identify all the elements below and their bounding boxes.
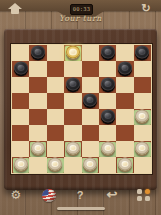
cell-r7c7[interactable] [116, 141, 133, 157]
cell-r3c2[interactable] [29, 77, 46, 93]
gear-icon: ⚙ [11, 188, 22, 202]
cell-r6c2[interactable] [29, 125, 46, 141]
cell-r8c7[interactable] [116, 157, 133, 173]
white-piece[interactable] [135, 109, 149, 122]
cell-r8c3[interactable] [47, 157, 64, 173]
turn-label: Your turn [0, 14, 161, 23]
undo-button[interactable]: ↩ [104, 188, 120, 204]
dots-icon [137, 189, 142, 194]
cell-r4c6[interactable] [99, 93, 116, 109]
cell-r6c7[interactable] [116, 125, 133, 141]
us-flag-icon [41, 189, 49, 196]
cell-r4c7[interactable] [116, 93, 133, 109]
black-piece[interactable] [14, 61, 28, 74]
cell-r4c4[interactable] [64, 93, 81, 109]
black-piece[interactable] [101, 77, 115, 90]
restart-button[interactable]: ↻ [138, 1, 154, 15]
more-games-button[interactable] [137, 189, 151, 202]
cell-r7c3[interactable] [47, 141, 64, 157]
cell-r7c4[interactable] [64, 141, 81, 157]
language-flag-button[interactable] [41, 188, 57, 203]
cell-r6c1[interactable] [12, 125, 29, 141]
cell-r7c2[interactable] [29, 141, 46, 157]
settings-button[interactable]: ⚙ [8, 188, 24, 204]
cell-r1c4[interactable] [64, 45, 81, 61]
white-piece[interactable] [31, 141, 45, 154]
cell-r3c7[interactable] [116, 77, 133, 93]
cell-r6c4[interactable] [64, 125, 81, 141]
black-piece[interactable] [83, 93, 97, 106]
cell-r5c1[interactable] [12, 109, 29, 125]
cell-r2c8[interactable] [134, 61, 151, 77]
cell-r8c2[interactable] [29, 157, 46, 173]
help-button[interactable]: ? [73, 188, 87, 204]
cell-r2c5[interactable] [82, 61, 99, 77]
undo-arrow-icon: ↩ [107, 187, 118, 202]
black-piece[interactable] [101, 45, 115, 58]
cell-r1c7[interactable] [116, 45, 133, 61]
cell-r3c1[interactable] [12, 77, 29, 93]
cell-r1c3[interactable] [47, 45, 64, 61]
white-piece[interactable] [135, 141, 149, 154]
cell-r5c7[interactable] [116, 109, 133, 125]
cell-r8c5[interactable] [82, 157, 99, 173]
cell-r1c1[interactable] [12, 45, 29, 61]
black-piece[interactable] [101, 109, 115, 122]
cell-r6c5[interactable] [82, 125, 99, 141]
board[interactable] [11, 44, 152, 174]
cell-r4c5[interactable] [82, 93, 99, 109]
white-piece[interactable] [66, 141, 80, 154]
question-icon: ? [77, 189, 84, 201]
cell-r4c1[interactable] [12, 93, 29, 109]
cell-r6c3[interactable] [47, 125, 64, 141]
cell-r8c1[interactable] [12, 157, 29, 173]
cell-r3c5[interactable] [82, 77, 99, 93]
black-piece[interactable] [66, 77, 80, 90]
cell-r2c4[interactable] [64, 61, 81, 77]
cell-r8c6[interactable] [99, 157, 116, 173]
cell-r4c2[interactable] [29, 93, 46, 109]
cell-r1c8[interactable] [134, 45, 151, 61]
cell-r1c6[interactable] [99, 45, 116, 61]
cell-r3c6[interactable] [99, 77, 116, 93]
cell-r7c8[interactable] [134, 141, 151, 157]
checkers-app-screen: 00:33 ↻ Your turn ⚙ ? ↩ [0, 0, 161, 215]
cell-r3c3[interactable] [47, 77, 64, 93]
cell-r5c3[interactable] [47, 109, 64, 125]
black-piece[interactable] [118, 61, 132, 74]
cell-r5c4[interactable] [64, 109, 81, 125]
notification-badge-dot [145, 189, 150, 194]
cell-r3c4[interactable] [64, 77, 81, 93]
cell-r1c2[interactable] [29, 45, 46, 61]
cell-r6c6[interactable] [99, 125, 116, 141]
cell-r3c8[interactable] [134, 77, 151, 93]
cell-r1c5[interactable] [82, 45, 99, 61]
cell-r5c8[interactable] [134, 109, 151, 125]
cell-r5c6[interactable] [99, 109, 116, 125]
cell-r2c6[interactable] [99, 61, 116, 77]
cell-r2c2[interactable] [29, 61, 46, 77]
cell-r4c3[interactable] [47, 93, 64, 109]
black-piece[interactable] [135, 45, 149, 58]
cell-r2c3[interactable] [47, 61, 64, 77]
refresh-icon: ↻ [141, 2, 150, 14]
white-piece[interactable] [101, 141, 115, 154]
cell-r7c6[interactable] [99, 141, 116, 157]
home-indicator[interactable] [57, 207, 105, 210]
white-piece[interactable] [48, 157, 62, 170]
cell-r8c4[interactable] [64, 157, 81, 173]
cell-r5c5[interactable] [82, 109, 99, 125]
white-piece[interactable] [14, 157, 28, 170]
cell-r2c1[interactable] [12, 61, 29, 77]
cell-r7c5[interactable] [82, 141, 99, 157]
cell-r8c8[interactable] [134, 157, 151, 173]
white-piece[interactable] [83, 157, 97, 170]
white-king-piece[interactable] [66, 45, 80, 58]
white-piece[interactable] [118, 157, 132, 170]
cell-r6c8[interactable] [134, 125, 151, 141]
cell-r5c2[interactable] [29, 109, 46, 125]
cell-r7c1[interactable] [12, 141, 29, 157]
cell-r2c7[interactable] [116, 61, 133, 77]
cell-r4c8[interactable] [134, 93, 151, 109]
black-piece[interactable] [31, 45, 45, 58]
